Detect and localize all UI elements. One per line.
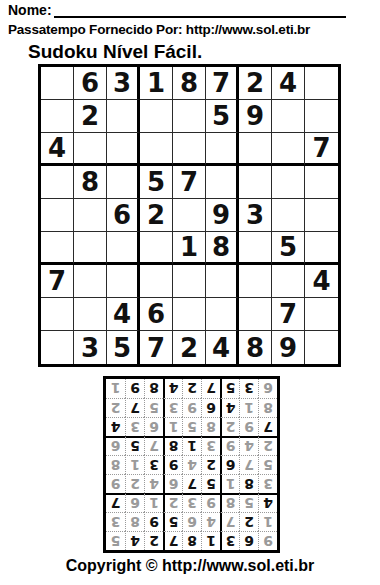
sudoku-cell-r8c6[interactable]	[206, 298, 239, 331]
solution-cell-r3c9: 7	[106, 493, 125, 512]
solution-cell-r1c9: 5	[106, 531, 125, 550]
solution-cell-r3c3: 8	[220, 493, 239, 512]
solution-cell-r6c1: 2	[258, 436, 277, 455]
sudoku-cell-r7c5[interactable]	[173, 265, 206, 298]
sudoku-cell-r4c6[interactable]	[206, 166, 239, 199]
solution-cell-r5c3: 6	[220, 455, 239, 474]
name-row: Nome:	[8, 2, 372, 18]
solution-cell-r5c6: 9	[163, 455, 182, 474]
solution-cell-r4c7: 4	[144, 474, 163, 493]
sudoku-cell-r9c4[interactable]: 7	[140, 331, 173, 364]
solution-cell-r1c3: 3	[220, 531, 239, 550]
page-title: Sudoku Nível Fácil.	[28, 41, 372, 63]
sudoku-cell-r7c3[interactable]	[107, 265, 140, 298]
sudoku-cell-r3c9[interactable]: 7	[305, 133, 338, 166]
sudoku-cell-r1c4[interactable]: 1	[140, 67, 173, 100]
sudoku-cell-r9c5[interactable]: 2	[173, 331, 206, 364]
sudoku-cell-r3c3[interactable]	[107, 133, 140, 166]
solution-cell-r7c6: 1	[163, 417, 182, 436]
solution-cell-r6c8: 5	[125, 436, 144, 455]
sudoku-cell-r9c9[interactable]	[305, 331, 338, 364]
sudoku-cell-r4c9[interactable]	[305, 166, 338, 199]
sudoku-cell-r2c4[interactable]	[140, 100, 173, 133]
sudoku-cell-r5c1[interactable]	[41, 199, 74, 232]
solution-cell-r1c7: 2	[144, 531, 163, 550]
name-blank-line[interactable]	[54, 3, 346, 18]
sudoku-cell-r1c9[interactable]	[305, 67, 338, 100]
sudoku-cell-r4c4[interactable]: 5	[140, 166, 173, 199]
solution-cell-r2c7: 9	[144, 512, 163, 531]
solution-cell-r9c4: 7	[201, 379, 220, 398]
solution-cell-r3c1: 4	[258, 493, 277, 512]
sudoku-cell-r3c7[interactable]	[239, 133, 272, 166]
solution-cell-r2c5: 6	[182, 512, 201, 531]
solution-cell-r9c6: 4	[163, 379, 182, 398]
solution-cell-r8c7: 5	[144, 398, 163, 417]
sudoku-cell-r6c7[interactable]	[239, 232, 272, 265]
solution-cell-r4c8: 2	[125, 474, 144, 493]
sudoku-cell-r1c5[interactable]: 8	[173, 67, 206, 100]
solution-cell-r3c7: 1	[144, 493, 163, 512]
sudoku-cell-r9c6[interactable]: 4	[206, 331, 239, 364]
sudoku-cell-r6c9[interactable]	[305, 232, 338, 265]
solution-cell-r2c1: 1	[258, 512, 277, 531]
sudoku-cell-r8c1[interactable]	[41, 298, 74, 331]
sudoku-cell-r7c6[interactable]	[206, 265, 239, 298]
sudoku-cell-r8c5[interactable]	[173, 298, 206, 331]
sudoku-cell-r2c7[interactable]: 9	[239, 100, 272, 133]
solution-cell-r5c5: 4	[182, 455, 201, 474]
solution-cell-r7c3: 2	[220, 417, 239, 436]
sudoku-cell-r5c3[interactable]: 6	[107, 199, 140, 232]
solution-cell-r9c5: 2	[182, 379, 201, 398]
solution-cell-r7c9: 4	[106, 417, 125, 436]
solution-cell-r6c7: 7	[144, 436, 163, 455]
sudoku-board: 6318724259478576293185744673572489	[38, 64, 341, 367]
solution-cell-r6c3: 9	[220, 436, 239, 455]
sudoku-cell-r1c6[interactable]: 7	[206, 67, 239, 100]
sudoku-cell-r2c5[interactable]	[173, 100, 206, 133]
solution-cell-r4c1: 3	[258, 474, 277, 493]
sudoku-cell-r1c7[interactable]: 2	[239, 67, 272, 100]
solution-cell-r8c6: 3	[163, 398, 182, 417]
sudoku-cell-r5c2[interactable]	[74, 199, 107, 232]
sudoku-cell-r3c4[interactable]	[140, 133, 173, 166]
sudoku-cell-r3c1[interactable]: 4	[41, 133, 74, 166]
solution-cell-r9c3: 5	[220, 379, 239, 398]
solution-cell-r4c6: 6	[163, 474, 182, 493]
solution-cell-r7c8: 3	[125, 417, 144, 436]
sudoku-cell-r6c6[interactable]: 8	[206, 232, 239, 265]
solution-cell-r2c3: 7	[220, 512, 239, 531]
sudoku-cell-r7c7[interactable]	[239, 265, 272, 298]
solution-cell-r7c1: 7	[258, 417, 277, 436]
solution-cell-r8c4: 6	[201, 398, 220, 417]
solution-cell-r1c5: 8	[182, 531, 201, 550]
solution-board: 9631872451274659834589321673815764295762…	[103, 376, 280, 553]
sudoku-cell-r1c3[interactable]: 3	[107, 67, 140, 100]
sudoku-cell-r1c2[interactable]: 6	[74, 67, 107, 100]
sudoku-cell-r9c2[interactable]: 3	[74, 331, 107, 364]
solution-cell-r5c2: 7	[239, 455, 258, 474]
sudoku-cell-r2c2[interactable]: 2	[74, 100, 107, 133]
solution-cell-r6c9: 6	[106, 436, 125, 455]
solution-cell-r1c8: 4	[125, 531, 144, 550]
solution-cell-r9c9: 1	[106, 379, 125, 398]
solution-cell-r7c2: 9	[239, 417, 258, 436]
solution-cell-r4c5: 7	[182, 474, 201, 493]
solution-cell-r1c4: 1	[201, 531, 220, 550]
solution-cell-r5c9: 8	[106, 455, 125, 474]
solution-cell-r9c1: 6	[258, 379, 277, 398]
solution-cell-r3c8: 6	[125, 493, 144, 512]
sudoku-cell-r5c6[interactable]: 9	[206, 199, 239, 232]
solution-cell-r9c7: 8	[144, 379, 163, 398]
sudoku-cell-r5c9[interactable]	[305, 199, 338, 232]
solution-cell-r6c5: 1	[182, 436, 201, 455]
sudoku-cell-r5c8[interactable]	[272, 199, 305, 232]
solution-cell-r3c6: 2	[163, 493, 182, 512]
sudoku-cell-r6c8[interactable]: 5	[272, 232, 305, 265]
name-label: Nome:	[8, 2, 52, 18]
solution-cell-r2c8: 8	[125, 512, 144, 531]
sudoku-cell-r4c3[interactable]	[107, 166, 140, 199]
sudoku-cell-r6c1[interactable]	[41, 232, 74, 265]
sudoku-cell-r7c1[interactable]: 7	[41, 265, 74, 298]
solution-cell-r4c4: 5	[201, 474, 220, 493]
solution-cell-r6c4: 3	[201, 436, 220, 455]
sudoku-cell-r9c3[interactable]: 5	[107, 331, 140, 364]
solution-cell-r2c2: 2	[239, 512, 258, 531]
sudoku-cell-r5c4[interactable]: 2	[140, 199, 173, 232]
sudoku-cell-r6c5[interactable]: 1	[173, 232, 206, 265]
solution-cell-r3c4: 9	[201, 493, 220, 512]
sudoku-cell-r2c6[interactable]: 5	[206, 100, 239, 133]
solution-cell-r4c9: 9	[106, 474, 125, 493]
solution-cell-r8c8: 7	[125, 398, 144, 417]
solution-cell-r8c5: 9	[182, 398, 201, 417]
sudoku-cell-r8c3[interactable]: 4	[107, 298, 140, 331]
sudoku-cell-r6c4[interactable]	[140, 232, 173, 265]
sudoku-cell-r9c8[interactable]: 9	[272, 331, 305, 364]
copyright-text: Copyright © http://www.sol.eti.br	[0, 557, 380, 575]
solution-cell-r4c3: 1	[220, 474, 239, 493]
solution-cell-r1c1: 9	[258, 531, 277, 550]
sudoku-cell-r7c2[interactable]	[74, 265, 107, 298]
sudoku-cell-r8c7[interactable]	[239, 298, 272, 331]
sudoku-cell-r3c6[interactable]	[206, 133, 239, 166]
solution-cell-r5c7: 3	[144, 455, 163, 474]
sudoku-cell-r9c7[interactable]: 8	[239, 331, 272, 364]
solution-cell-r4c2: 8	[239, 474, 258, 493]
sudoku-cell-r9c1[interactable]	[41, 331, 74, 364]
sudoku-cell-r2c9[interactable]	[305, 100, 338, 133]
sudoku-cell-r1c1[interactable]	[41, 67, 74, 100]
sudoku-cell-r2c8[interactable]	[272, 100, 305, 133]
solution-cell-r5c4: 2	[201, 455, 220, 474]
sudoku-cell-r5c5[interactable]	[173, 199, 206, 232]
solution-cell-r1c2: 6	[239, 531, 258, 550]
sudoku-cell-r7c4[interactable]	[140, 265, 173, 298]
solution-cell-r2c6: 5	[163, 512, 182, 531]
solution-cell-r5c1: 5	[258, 455, 277, 474]
solution-cell-r8c1: 8	[258, 398, 277, 417]
sudoku-cell-r4c5[interactable]: 7	[173, 166, 206, 199]
sudoku-cell-r8c9[interactable]	[305, 298, 338, 331]
solution-cell-r3c2: 5	[239, 493, 258, 512]
solution-cell-r7c5: 5	[182, 417, 201, 436]
solution-cell-r6c2: 4	[239, 436, 258, 455]
sudoku-cell-r2c1[interactable]	[41, 100, 74, 133]
solution-cell-r1c6: 7	[163, 531, 182, 550]
sudoku-cell-r8c2[interactable]	[74, 298, 107, 331]
solution-cell-r6c6: 8	[163, 436, 182, 455]
sudoku-cell-r3c2[interactable]	[74, 133, 107, 166]
sudoku-cell-r4c8[interactable]	[272, 166, 305, 199]
solution-cell-r2c4: 4	[201, 512, 220, 531]
sudoku-cell-r3c5[interactable]	[173, 133, 206, 166]
page-header: Nome: Passatempo Fornecido Por: http://w…	[8, 2, 372, 63]
solution-cell-r8c3: 4	[220, 398, 239, 417]
solution-cell-r7c7: 6	[144, 417, 163, 436]
solution-cell-r7c4: 8	[201, 417, 220, 436]
solution-cell-r9c8: 9	[125, 379, 144, 398]
sudoku-cell-r8c8[interactable]: 7	[272, 298, 305, 331]
sudoku-cell-r7c8[interactable]	[272, 265, 305, 298]
sudoku-cell-r6c2[interactable]	[74, 232, 107, 265]
sudoku-cell-r6c3[interactable]	[107, 232, 140, 265]
sudoku-cell-r5c7[interactable]: 3	[239, 199, 272, 232]
solution-cell-r2c9: 3	[106, 512, 125, 531]
sudoku-cell-r4c1[interactable]	[41, 166, 74, 199]
sudoku-cell-r7c9[interactable]: 4	[305, 265, 338, 298]
sudoku-cell-r2c3[interactable]	[107, 100, 140, 133]
solution-cell-r8c9: 2	[106, 398, 125, 417]
provider-text: Passatempo Fornecido Por: http://www.sol…	[8, 22, 372, 37]
sudoku-cell-r4c2[interactable]: 8	[74, 166, 107, 199]
sudoku-cell-r1c8[interactable]: 4	[272, 67, 305, 100]
solution-cell-r9c2: 3	[239, 379, 258, 398]
solution-cell-r3c5: 3	[182, 493, 201, 512]
sudoku-cell-r8c4[interactable]: 6	[140, 298, 173, 331]
sudoku-cell-r3c8[interactable]	[272, 133, 305, 166]
sudoku-cell-r4c7[interactable]	[239, 166, 272, 199]
solution-cell-r5c8: 1	[125, 455, 144, 474]
solution-cell-r8c2: 1	[239, 398, 258, 417]
